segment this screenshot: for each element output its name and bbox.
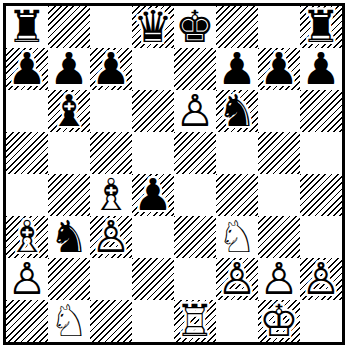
- piece-wP-g2: ♙: [259, 258, 298, 300]
- square-h2[interactable]: ♙: [300, 258, 342, 300]
- square-d8[interactable]: ♛: [132, 6, 174, 48]
- square-d3[interactable]: [132, 216, 174, 258]
- piece-wN-f3: ♘: [217, 216, 256, 258]
- square-f1[interactable]: [216, 300, 258, 342]
- square-a2[interactable]: ♙: [6, 258, 48, 300]
- square-b5[interactable]: [48, 132, 90, 174]
- square-e1[interactable]: ♖: [174, 300, 216, 342]
- square-a6[interactable]: [6, 90, 48, 132]
- square-b4[interactable]: [48, 174, 90, 216]
- square-e5[interactable]: [174, 132, 216, 174]
- square-c5[interactable]: [90, 132, 132, 174]
- piece-wK-g1: ♔: [259, 300, 298, 342]
- square-g8[interactable]: [258, 6, 300, 48]
- square-b2[interactable]: [48, 258, 90, 300]
- square-h4[interactable]: [300, 174, 342, 216]
- square-e2[interactable]: [174, 258, 216, 300]
- square-g5[interactable]: [258, 132, 300, 174]
- square-a5[interactable]: [6, 132, 48, 174]
- square-a3[interactable]: ♗: [6, 216, 48, 258]
- square-a7[interactable]: ♟: [6, 48, 48, 90]
- square-b3[interactable]: ♞: [48, 216, 90, 258]
- square-f7[interactable]: ♟: [216, 48, 258, 90]
- piece-wN-b1: ♘: [49, 300, 88, 342]
- piece-bQ-d8: ♛: [133, 6, 172, 48]
- square-g2[interactable]: ♙: [258, 258, 300, 300]
- piece-bN-b3: ♞: [49, 216, 88, 258]
- square-c8[interactable]: [90, 6, 132, 48]
- square-h8[interactable]: ♜: [300, 6, 342, 48]
- square-c3[interactable]: ♙: [90, 216, 132, 258]
- square-g7[interactable]: ♟: [258, 48, 300, 90]
- square-h1[interactable]: [300, 300, 342, 342]
- square-b8[interactable]: [48, 6, 90, 48]
- square-b1[interactable]: ♘: [48, 300, 90, 342]
- square-h7[interactable]: ♟: [300, 48, 342, 90]
- square-e3[interactable]: [174, 216, 216, 258]
- square-e8[interactable]: ♚: [174, 6, 216, 48]
- chess-diagram: ♜♛♚♜♟♟♟♟♟♟♝♙♞♗♟♗♞♙♘♙♙♙♙♘♖♔: [0, 0, 350, 350]
- square-e6[interactable]: ♙: [174, 90, 216, 132]
- square-h5[interactable]: [300, 132, 342, 174]
- square-g6[interactable]: [258, 90, 300, 132]
- square-g4[interactable]: [258, 174, 300, 216]
- square-d2[interactable]: [132, 258, 174, 300]
- square-g1[interactable]: ♔: [258, 300, 300, 342]
- square-c7[interactable]: ♟: [90, 48, 132, 90]
- square-d6[interactable]: [132, 90, 174, 132]
- square-c6[interactable]: [90, 90, 132, 132]
- piece-wB-c4: ♗: [91, 174, 130, 216]
- square-h6[interactable]: [300, 90, 342, 132]
- square-a8[interactable]: ♜: [6, 6, 48, 48]
- square-g3[interactable]: [258, 216, 300, 258]
- piece-bP-a7: ♟: [7, 48, 46, 90]
- piece-bR-a8: ♜: [7, 6, 46, 48]
- square-f5[interactable]: [216, 132, 258, 174]
- chess-board: ♜♛♚♜♟♟♟♟♟♟♝♙♞♗♟♗♞♙♘♙♙♙♙♘♖♔: [3, 3, 345, 345]
- piece-wP-c3: ♙: [91, 216, 130, 258]
- square-f6[interactable]: ♞: [216, 90, 258, 132]
- piece-wB-a3: ♗: [7, 216, 46, 258]
- piece-bK-e8: ♚: [175, 6, 214, 48]
- piece-bP-h7: ♟: [301, 48, 340, 90]
- piece-wR-e1: ♖: [175, 300, 214, 342]
- square-e7[interactable]: [174, 48, 216, 90]
- piece-wP-f2: ♙: [217, 258, 256, 300]
- piece-bB-b6: ♝: [49, 90, 88, 132]
- piece-bP-f7: ♟: [217, 48, 256, 90]
- piece-wP-a2: ♙: [7, 258, 46, 300]
- square-d7[interactable]: [132, 48, 174, 90]
- square-e4[interactable]: [174, 174, 216, 216]
- square-b7[interactable]: ♟: [48, 48, 90, 90]
- piece-bN-f6: ♞: [217, 90, 256, 132]
- piece-bP-d4: ♟: [133, 174, 172, 216]
- piece-bP-g7: ♟: [259, 48, 298, 90]
- square-d4[interactable]: ♟: [132, 174, 174, 216]
- piece-bP-b7: ♟: [49, 48, 88, 90]
- square-c1[interactable]: [90, 300, 132, 342]
- piece-wP-h2: ♙: [301, 258, 340, 300]
- square-a1[interactable]: [6, 300, 48, 342]
- square-f8[interactable]: [216, 6, 258, 48]
- piece-bR-h8: ♜: [301, 6, 340, 48]
- square-d1[interactable]: [132, 300, 174, 342]
- square-c4[interactable]: ♗: [90, 174, 132, 216]
- piece-wP-e6: ♙: [175, 90, 214, 132]
- square-b6[interactable]: ♝: [48, 90, 90, 132]
- square-f4[interactable]: [216, 174, 258, 216]
- square-a4[interactable]: [6, 174, 48, 216]
- square-f3[interactable]: ♘: [216, 216, 258, 258]
- square-f2[interactable]: ♙: [216, 258, 258, 300]
- square-d5[interactable]: [132, 132, 174, 174]
- square-h3[interactable]: [300, 216, 342, 258]
- square-c2[interactable]: [90, 258, 132, 300]
- piece-bP-c7: ♟: [91, 48, 130, 90]
